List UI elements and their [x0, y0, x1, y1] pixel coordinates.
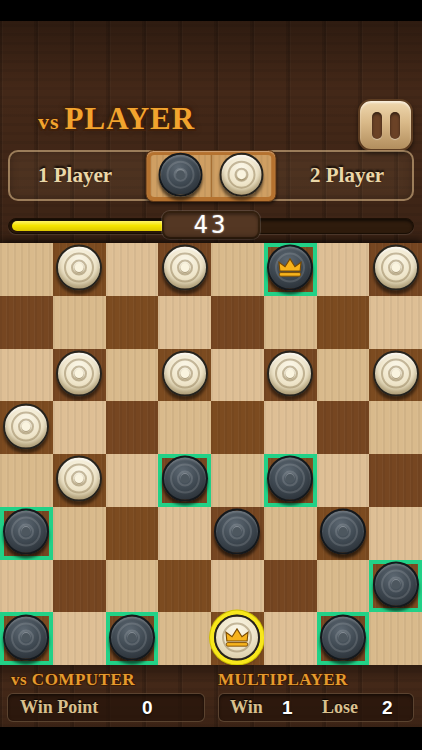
board-cell[interactable]	[53, 296, 106, 349]
player2-label: 2 Player	[277, 150, 417, 201]
vs-computer-heading: vs COMPUTER	[11, 670, 135, 690]
board-cell[interactable]	[158, 612, 211, 665]
board-cell[interactable]	[0, 612, 53, 665]
board-cell[interactable]	[0, 401, 53, 454]
multiplayer-stats-panel: Win 1 Lose 2	[218, 693, 414, 722]
board-cell[interactable]	[317, 612, 370, 665]
board-cell[interactable]	[264, 296, 317, 349]
win-point-value: 0	[142, 694, 153, 721]
board-cell[interactable]	[317, 454, 370, 507]
pause-button[interactable]	[358, 99, 413, 151]
board-cell[interactable]	[106, 507, 159, 560]
board-cell[interactable]	[158, 401, 211, 454]
black-checker[interactable]	[373, 561, 419, 607]
board-cell[interactable]	[53, 612, 106, 665]
board-cell[interactable]	[211, 349, 264, 402]
game-header: vs PLAYER 1 Player 2 Player 43	[0, 21, 422, 243]
board-cell[interactable]	[0, 507, 53, 560]
board-cell[interactable]	[369, 296, 422, 349]
board-cell[interactable]	[106, 243, 159, 296]
board-cell[interactable]	[158, 454, 211, 507]
black-checker[interactable]	[320, 509, 366, 555]
win-point-label: Win Point	[20, 694, 98, 721]
white-checker[interactable]	[56, 456, 102, 502]
crown-icon	[224, 627, 251, 648]
title-vs: vs	[38, 109, 60, 134]
board-cell[interactable]	[211, 243, 264, 296]
board-cell[interactable]	[317, 507, 370, 560]
board-cell[interactable]	[317, 401, 370, 454]
board-cell[interactable]	[53, 401, 106, 454]
board-cell[interactable]	[211, 560, 264, 613]
board-cell[interactable]	[264, 349, 317, 402]
white-checker[interactable]	[56, 245, 102, 291]
board-cell[interactable]	[53, 243, 106, 296]
board-cell[interactable]	[53, 349, 106, 402]
black-checker[interactable]	[3, 509, 49, 555]
white-checker[interactable]	[162, 350, 208, 396]
board-cell[interactable]	[211, 612, 264, 665]
board-cell[interactable]	[106, 349, 159, 402]
board-cell[interactable]	[211, 296, 264, 349]
board-cell[interactable]	[106, 612, 159, 665]
timer-progress-fill	[12, 221, 166, 231]
turn-cell-white	[211, 155, 272, 197]
board-cell[interactable]	[158, 560, 211, 613]
board-cell[interactable]	[158, 243, 211, 296]
board-cell[interactable]	[211, 401, 264, 454]
board-cell[interactable]	[369, 349, 422, 402]
lose-value: 2	[382, 694, 393, 721]
black-checker-icon	[158, 153, 202, 197]
black-checker[interactable]	[214, 509, 260, 555]
board	[0, 243, 422, 665]
black-checker[interactable]	[267, 456, 313, 502]
multiplayer-heading: MULTIPLAYER	[218, 670, 348, 690]
board-cell[interactable]	[106, 401, 159, 454]
board-cell[interactable]	[264, 507, 317, 560]
pause-icon	[390, 112, 400, 139]
board-cell[interactable]	[0, 296, 53, 349]
black-checker[interactable]	[162, 456, 208, 502]
board-cell[interactable]	[369, 243, 422, 296]
white-checker[interactable]	[56, 350, 102, 396]
win-point-panel: Win Point 0	[7, 693, 205, 722]
board-cell[interactable]	[369, 507, 422, 560]
black-checker[interactable]	[320, 614, 366, 660]
status-bar-bottom	[0, 727, 422, 750]
board-cell[interactable]	[369, 454, 422, 507]
white-checker[interactable]	[162, 245, 208, 291]
board-cell[interactable]	[106, 296, 159, 349]
white-checker-king[interactable]	[214, 614, 260, 660]
status-bar-top	[0, 0, 422, 21]
board-cell[interactable]	[317, 349, 370, 402]
white-checker-icon	[220, 153, 264, 197]
board-cell[interactable]	[211, 454, 264, 507]
board-cell[interactable]	[53, 454, 106, 507]
board-cell[interactable]	[158, 507, 211, 560]
board-cell[interactable]	[0, 349, 53, 402]
board-cell[interactable]	[158, 296, 211, 349]
board-cell[interactable]	[53, 507, 106, 560]
board-cell[interactable]	[317, 296, 370, 349]
page-title: vs PLAYER	[38, 101, 195, 137]
board-cell[interactable]	[264, 243, 317, 296]
title-main: PLAYER	[65, 101, 196, 136]
board-cell[interactable]	[264, 612, 317, 665]
board-cell[interactable]	[0, 454, 53, 507]
white-checker[interactable]	[267, 350, 313, 396]
board-cell[interactable]	[264, 560, 317, 613]
black-checker[interactable]	[3, 614, 49, 660]
board-cell[interactable]	[0, 243, 53, 296]
board-cell[interactable]	[264, 401, 317, 454]
board-cell[interactable]	[106, 560, 159, 613]
board-cell[interactable]	[264, 454, 317, 507]
turn-indicator	[146, 150, 277, 202]
win-label: Win	[230, 694, 263, 721]
board-cell[interactable]	[317, 243, 370, 296]
turn-cell-black	[151, 155, 212, 197]
timer-counter: 43	[162, 211, 260, 239]
app-screen: vs PLAYER 1 Player 2 Player 43	[0, 0, 422, 750]
white-checker[interactable]	[3, 403, 49, 449]
board-cell[interactable]	[0, 560, 53, 613]
board-cell[interactable]	[53, 560, 106, 613]
board-cell[interactable]	[106, 454, 159, 507]
footer: vs COMPUTER MULTIPLAYER Win Point 0 Win …	[0, 665, 422, 727]
lose-label: Lose	[322, 694, 358, 721]
crown-icon	[277, 257, 304, 278]
board-cell[interactable]	[158, 349, 211, 402]
board-cell[interactable]	[317, 560, 370, 613]
board-cell[interactable]	[211, 507, 264, 560]
black-checker-king[interactable]	[267, 245, 313, 291]
black-checker[interactable]	[109, 614, 155, 660]
player1-label: 1 Player	[5, 150, 145, 201]
white-checker[interactable]	[373, 350, 419, 396]
board-cell[interactable]	[369, 560, 422, 613]
pause-icon	[372, 112, 382, 139]
board-cell[interactable]	[369, 401, 422, 454]
board-cell[interactable]	[369, 612, 422, 665]
win-value: 1	[282, 694, 293, 721]
white-checker[interactable]	[373, 245, 419, 291]
